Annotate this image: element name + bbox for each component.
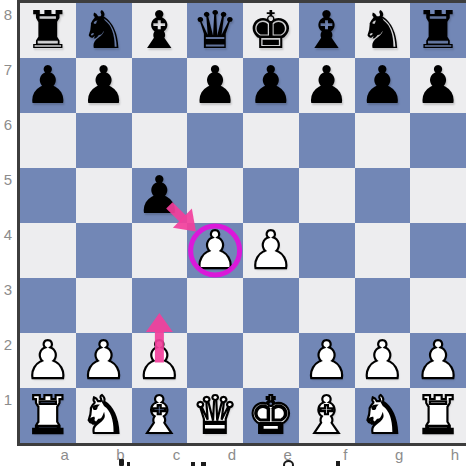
square-f2[interactable]: ♟: [299, 333, 355, 388]
rank-label-4: 4: [0, 223, 16, 278]
white-pawn-icon[interactable]: ♟: [80, 333, 127, 388]
square-h2[interactable]: ♟: [410, 333, 466, 388]
white-knight-icon[interactable]: ♞: [359, 388, 406, 443]
square-g3[interactable]: [355, 278, 411, 333]
file-label-c: c: [132, 447, 188, 462]
square-c8[interactable]: ♝: [132, 3, 188, 58]
square-e7[interactable]: ♟: [243, 58, 299, 113]
square-g4[interactable]: [355, 223, 411, 278]
square-g2[interactable]: ♟: [355, 333, 411, 388]
square-c4[interactable]: [132, 223, 188, 278]
square-d1[interactable]: ♛: [187, 388, 243, 443]
square-h4[interactable]: [410, 223, 466, 278]
black-pawn-icon[interactable]: ♟: [359, 58, 406, 113]
black-pawn-icon[interactable]: ♟: [80, 58, 127, 113]
board-frame: ♜♞♝♛♚♝♞♜♟♟♟♟♟♟♟♟♟♟♟♟♟♟♟♟♜♞♝♛♚♝♞♜: [17, 0, 466, 446]
square-d4[interactable]: ♟: [187, 223, 243, 278]
square-e3[interactable]: [243, 278, 299, 333]
white-pawn-icon[interactable]: ♟: [359, 333, 406, 388]
square-f6[interactable]: [299, 113, 355, 168]
file-label-d: d: [187, 447, 243, 462]
square-c2[interactable]: ♟: [132, 333, 188, 388]
square-c3[interactable]: [132, 278, 188, 333]
cropped-caption-fragment: [201, 462, 206, 466]
black-knight-icon[interactable]: ♞: [359, 3, 406, 58]
square-a4[interactable]: [20, 223, 76, 278]
white-rook-icon[interactable]: ♜: [415, 388, 462, 443]
square-d5[interactable]: [187, 168, 243, 223]
cropped-caption-fragment: [127, 462, 130, 466]
square-c6[interactable]: [132, 113, 188, 168]
white-pawn-icon[interactable]: ♟: [192, 223, 239, 278]
white-rook-icon[interactable]: ♜: [25, 388, 72, 443]
square-f7[interactable]: ♟: [299, 58, 355, 113]
chess-app: 87654321 ♜♞♝♛♚♝♞♜♟♟♟♟♟♟♟♟♟♟♟♟♟♟♟♟♜♞♝♛♚♝♞…: [0, 0, 466, 466]
rank-label-2: 2: [0, 333, 16, 388]
file-labels: abcdefgh: [20, 447, 466, 462]
square-b7[interactable]: ♟: [76, 58, 132, 113]
black-queen-icon[interactable]: ♛: [192, 3, 239, 58]
square-g5[interactable]: [355, 168, 411, 223]
square-b3[interactable]: [76, 278, 132, 333]
square-a3[interactable]: [20, 278, 76, 333]
square-d3[interactable]: [187, 278, 243, 333]
black-pawn-icon[interactable]: ♟: [303, 58, 350, 113]
black-pawn-icon[interactable]: ♟: [25, 58, 72, 113]
square-b6[interactable]: [76, 113, 132, 168]
black-bishop-icon[interactable]: ♝: [136, 3, 183, 58]
white-bishop-icon[interactable]: ♝: [136, 388, 183, 443]
square-b4[interactable]: [76, 223, 132, 278]
white-pawn-icon[interactable]: ♟: [248, 223, 295, 278]
square-c7[interactable]: [132, 58, 188, 113]
square-h7[interactable]: ♟: [410, 58, 466, 113]
chess-board: ♜♞♝♛♚♝♞♜♟♟♟♟♟♟♟♟♟♟♟♟♟♟♟♟♜♞♝♛♚♝♞♜: [20, 3, 466, 443]
square-a8[interactable]: ♜: [20, 3, 76, 58]
rank-label-7: 7: [0, 58, 16, 113]
rank-label-5: 5: [0, 168, 16, 223]
square-g8[interactable]: ♞: [355, 3, 411, 58]
rank-labels: 87654321: [0, 3, 17, 443]
black-bishop-icon[interactable]: ♝: [303, 3, 350, 58]
square-c1[interactable]: ♝: [132, 388, 188, 443]
cropped-caption-fragment: [119, 459, 124, 466]
rank-label-1: 1: [0, 388, 16, 443]
square-d8[interactable]: ♛: [187, 3, 243, 58]
square-a1[interactable]: ♜: [20, 388, 76, 443]
square-e4[interactable]: ♟: [243, 223, 299, 278]
cropped-caption-fragment: [336, 461, 340, 466]
white-pawn-icon[interactable]: ♟: [415, 333, 462, 388]
square-d6[interactable]: [187, 113, 243, 168]
black-pawn-icon[interactable]: ♟: [248, 58, 295, 113]
square-h5[interactable]: [410, 168, 466, 223]
white-queen-icon[interactable]: ♛: [192, 388, 239, 443]
white-king-icon[interactable]: ♚: [248, 388, 295, 443]
square-g6[interactable]: [355, 113, 411, 168]
black-pawn-icon[interactable]: ♟: [136, 168, 183, 223]
square-g1[interactable]: ♞: [355, 388, 411, 443]
square-a6[interactable]: [20, 113, 76, 168]
square-d7[interactable]: ♟: [187, 58, 243, 113]
square-e2[interactable]: [243, 333, 299, 388]
rank-label-3: 3: [0, 278, 16, 333]
cropped-caption-fragment: [191, 462, 195, 466]
file-label-a: a: [20, 447, 76, 462]
square-b2[interactable]: ♟: [76, 333, 132, 388]
square-h3[interactable]: [410, 278, 466, 333]
square-a2[interactable]: ♟: [20, 333, 76, 388]
square-d2[interactable]: [187, 333, 243, 388]
cropped-caption-fragment: [283, 460, 294, 466]
white-pawn-icon[interactable]: ♟: [136, 333, 183, 388]
rank-label-6: 6: [0, 113, 16, 168]
square-a5[interactable]: [20, 168, 76, 223]
square-f3[interactable]: [299, 278, 355, 333]
square-f4[interactable]: [299, 223, 355, 278]
square-f1[interactable]: ♝: [299, 388, 355, 443]
black-pawn-icon[interactable]: ♟: [415, 58, 462, 113]
square-e6[interactable]: [243, 113, 299, 168]
square-g7[interactable]: ♟: [355, 58, 411, 113]
rank-label-8: 8: [0, 3, 16, 58]
white-knight-icon[interactable]: ♞: [80, 388, 127, 443]
black-king-icon[interactable]: ♚: [248, 3, 295, 58]
black-pawn-icon[interactable]: ♟: [192, 58, 239, 113]
square-e5[interactable]: [243, 168, 299, 223]
square-e1[interactable]: ♚: [243, 388, 299, 443]
square-f8[interactable]: ♝: [299, 3, 355, 58]
square-h8[interactable]: ♜: [410, 3, 466, 58]
black-rook-icon[interactable]: ♜: [415, 3, 462, 58]
file-label-f: f: [299, 447, 355, 462]
black-rook-icon[interactable]: ♜: [25, 3, 72, 58]
white-pawn-icon[interactable]: ♟: [25, 333, 72, 388]
square-c5[interactable]: ♟: [132, 168, 188, 223]
white-pawn-icon[interactable]: ♟: [303, 333, 350, 388]
white-bishop-icon[interactable]: ♝: [303, 388, 350, 443]
file-label-g: g: [355, 447, 411, 462]
square-b1[interactable]: ♞: [76, 388, 132, 443]
square-f5[interactable]: [299, 168, 355, 223]
file-label-h: h: [410, 447, 466, 462]
square-h6[interactable]: [410, 113, 466, 168]
square-b8[interactable]: ♞: [76, 3, 132, 58]
square-e8[interactable]: ♚: [243, 3, 299, 58]
square-h1[interactable]: ♜: [410, 388, 466, 443]
black-knight-icon[interactable]: ♞: [80, 3, 127, 58]
square-a7[interactable]: ♟: [20, 58, 76, 113]
square-b5[interactable]: [76, 168, 132, 223]
